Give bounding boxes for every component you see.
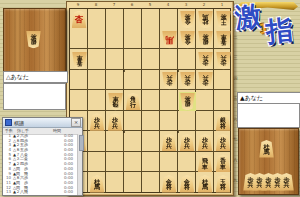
shogi-piece-桂馬[interactable]: 桂馬 xyxy=(198,175,213,193)
shogi-piece-金将[interactable]: 金将 xyxy=(180,175,195,193)
logo-wing-icon xyxy=(237,2,298,10)
shogi-piece-杏[interactable]: 杏 xyxy=(72,11,87,29)
shogi-piece-香車[interactable]: 香車 xyxy=(72,52,87,70)
shogi-piece-歩兵[interactable]: 歩兵 xyxy=(90,113,105,131)
logo-char-geki: 激 xyxy=(234,2,264,32)
kifu-move-list[interactable]: 1▲２六歩0:002△８四歩0:003▲２五歩0:004△８五歩0:005▲７八… xyxy=(3,134,78,195)
gote-piece-stand[interactable]: 銀将 xyxy=(3,8,66,72)
shogi-piece-桂馬[interactable]: 桂馬 xyxy=(259,140,274,158)
shogi-board: 987654321 杏金将桂馬王将馬金将銀将香車香車歩兵歩兵歩兵歩兵歩兵飛車角行… xyxy=(66,1,234,196)
app-window: 987654321 杏金将桂馬王将馬金将銀将香車香車歩兵歩兵歩兵歩兵歩兵飛車角行… xyxy=(0,0,300,197)
shogi-piece-王将[interactable]: 王将 xyxy=(216,11,231,29)
shogi-piece-玉将[interactable]: 玉将 xyxy=(216,175,231,193)
shogi-piece-金将[interactable]: 金将 xyxy=(180,31,195,49)
shogi-piece-桂馬[interactable]: 桂馬 xyxy=(198,11,213,29)
logo-version-number: 13 xyxy=(258,19,279,37)
shogi-piece-歩兵[interactable]: 歩兵 xyxy=(162,134,177,152)
board-grid[interactable]: 杏金将桂馬王将馬金将銀将香車香車歩兵歩兵歩兵歩兵歩兵飛車角行銀将歩兵歩兵銀将歩兵… xyxy=(69,8,231,193)
sente-piece-stand[interactable]: 桂馬歩兵歩兵歩兵歩兵歩兵 xyxy=(238,128,299,195)
kifu-window-icon xyxy=(5,119,12,126)
shogi-piece-歩兵[interactable]: 歩兵 xyxy=(108,113,123,131)
shogi-piece-歩兵[interactable]: 歩兵 xyxy=(216,52,231,70)
shogi-piece-角行[interactable]: 角行 xyxy=(126,93,141,111)
shogi-piece-飛車[interactable]: 飛車 xyxy=(198,154,213,172)
shogi-piece-歩兵[interactable]: 歩兵 xyxy=(216,134,231,152)
logo-char-sashi: 指 xyxy=(265,16,295,46)
shogi-piece-歩兵[interactable]: 歩兵 xyxy=(198,134,213,152)
close-icon[interactable]: × xyxy=(71,118,81,127)
shogi-piece-歩兵[interactable]: 歩兵 xyxy=(198,52,213,70)
shogi-piece-馬[interactable]: 馬 xyxy=(162,31,177,49)
shogi-piece-銀将[interactable]: 銀将 xyxy=(26,31,41,49)
sente-move-display xyxy=(237,103,300,128)
gote-move-display xyxy=(3,83,66,110)
shogi-piece-銀将[interactable]: 銀将 xyxy=(216,113,231,131)
shogi-piece-香車[interactable]: 香車 xyxy=(216,154,231,172)
shogi-piece-金将[interactable]: 金将 xyxy=(162,175,177,193)
kifu-title: 棋譜 xyxy=(14,120,71,126)
kifu-row[interactable]: 13▲２八飛0:00 xyxy=(3,190,78,195)
shogi-piece-歩兵[interactable]: 歩兵 xyxy=(198,72,213,90)
kifu-scrollbar[interactable] xyxy=(77,134,82,195)
shogi-piece-歩兵[interactable]: 歩兵 xyxy=(180,134,195,152)
shogi-piece-金将[interactable]: 金将 xyxy=(180,11,195,29)
shogi-piece-歩兵[interactable]: 歩兵 xyxy=(162,72,177,90)
kifu-window: 棋譜 × 手数指し手時間 1▲２六歩0:002△８四歩0:003▲２五歩0:00… xyxy=(2,117,83,196)
shogi-piece-桂馬[interactable]: 桂馬 xyxy=(90,175,105,193)
kifu-titlebar[interactable]: 棋譜 × xyxy=(3,118,82,128)
shogi-piece-歩兵[interactable]: 歩兵 xyxy=(180,72,195,90)
gekisashi-logo: 激 13 指 xyxy=(236,0,300,52)
shogi-piece-飛車[interactable]: 飛車 xyxy=(108,93,123,111)
scrollbar-thumb[interactable] xyxy=(79,135,84,151)
gote-player-label: △あなた xyxy=(3,71,68,83)
shogi-piece-銀将[interactable]: 銀将 xyxy=(198,31,213,49)
shogi-piece-香車[interactable]: 香車 xyxy=(216,31,231,49)
